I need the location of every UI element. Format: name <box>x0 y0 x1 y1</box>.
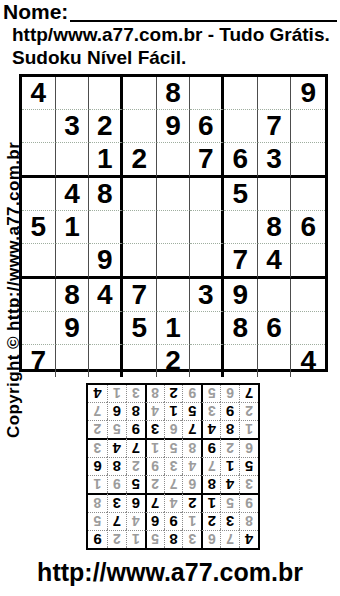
puzzle-cell-r6c4[interactable] <box>123 244 157 279</box>
solution-cell-r6c9: 3 <box>88 438 107 457</box>
solution-cell-r4c9: 1 <box>88 475 107 493</box>
solution-cell-r6c2: 2 <box>220 438 239 457</box>
solution-cell-r9c6: 8 <box>145 385 164 402</box>
puzzle-cell-r3c8[interactable]: 3 <box>258 143 292 178</box>
solution-cell-r2c3: 2 <box>201 512 220 530</box>
solution-cell-r4c7: 5 <box>126 475 145 493</box>
solution-cell-r8c6: 4 <box>145 402 164 420</box>
puzzle-cell-r3c4[interactable]: 2 <box>123 143 157 178</box>
solution-cell-r3c8: 3 <box>107 493 126 512</box>
solution-cell-r8c4: 5 <box>182 402 201 420</box>
footer-url: http://www.a77.com.br <box>0 558 340 587</box>
puzzle-cell-r1c5[interactable]: 8 <box>157 77 191 110</box>
site-header: http/www.a77.com.br - Tudo Grátis. <box>12 24 330 46</box>
puzzle-cell-r3c3[interactable]: 1 <box>89 143 123 178</box>
solution-cell-r2c4: 1 <box>182 512 201 530</box>
solution-cell-r1c9: 9 <box>88 530 107 548</box>
solution-cell-r1c5: 8 <box>164 530 183 548</box>
solution-cell-r3c1: 9 <box>239 493 258 512</box>
solution-cell-r2c6: 6 <box>145 512 164 530</box>
solution-cell-r9c9: 4 <box>88 385 107 402</box>
puzzle-cell-r7c2[interactable]: 8 <box>56 279 90 312</box>
puzzle-cell-r1c1[interactable]: 4 <box>22 77 56 110</box>
puzzle-cell-r1c8[interactable] <box>258 77 292 110</box>
puzzle-cell-r1c7[interactable] <box>224 77 258 110</box>
puzzle-cell-r4c6[interactable] <box>190 178 224 211</box>
puzzle-cell-r1c2[interactable] <box>56 77 90 110</box>
solution-cell-r3c9: 8 <box>88 493 107 512</box>
solution-cell-r5c6: 9 <box>145 457 164 475</box>
puzzle-cell-r4c3[interactable]: 8 <box>89 178 123 211</box>
puzzle-cell-r4c2[interactable]: 4 <box>56 178 90 211</box>
puzzle-cell-r3c2[interactable] <box>56 143 90 178</box>
solution-cell-r2c5: 9 <box>164 512 183 530</box>
solution-cell-r7c2: 8 <box>220 420 239 438</box>
solution-cell-r8c3: 3 <box>201 402 220 420</box>
puzzle-cell-r8c6[interactable] <box>190 312 224 345</box>
solution-cell-r6c5: 5 <box>164 438 183 457</box>
solution-cell-r4c5: 7 <box>164 475 183 493</box>
solution-cell-r5c8: 8 <box>107 457 126 475</box>
solution-cell-r3c3: 1 <box>201 493 220 512</box>
puzzle-cell-r7c5[interactable] <box>157 279 191 312</box>
puzzle-cell-r1c6[interactable] <box>190 77 224 110</box>
solution-cell-r7c5: 6 <box>164 420 183 438</box>
puzzle-cell-r9c4[interactable] <box>123 345 157 377</box>
puzzle-cell-r5c6[interactable] <box>190 211 224 244</box>
puzzle-cell-r3c5[interactable] <box>157 143 191 178</box>
solution-cell-r9c8: 1 <box>107 385 126 402</box>
puzzle-cell-r9c3[interactable] <box>89 345 123 377</box>
puzzle-cell-r8c4[interactable]: 5 <box>123 312 157 345</box>
puzzle-cell-r7c9[interactable] <box>291 279 325 312</box>
puzzle-cell-r4c9[interactable] <box>291 178 325 211</box>
solution-cell-r7c8: 5 <box>107 420 126 438</box>
puzzle-cell-r6c5[interactable] <box>157 244 191 279</box>
solution-cell-r8c8: 6 <box>107 402 126 420</box>
solution-cell-r5c1: 5 <box>239 457 258 475</box>
solution-cell-r6c8: 4 <box>107 438 126 457</box>
puzzle-cell-r8c7[interactable]: 8 <box>224 312 258 345</box>
solution-cell-r7c1: 1 <box>239 420 258 438</box>
puzzle-cell-r9c9[interactable]: 4 <box>291 345 325 377</box>
puzzle-cell-r5c5[interactable] <box>157 211 191 244</box>
solution-cell-r8c2: 9 <box>220 402 239 420</box>
solution-cell-r6c4: 8 <box>182 438 201 457</box>
solution-cell-r1c4: 3 <box>182 530 201 548</box>
puzzle-cell-r2c8[interactable]: 7 <box>258 110 292 143</box>
puzzle-cell-r2c2[interactable]: 3 <box>56 110 90 143</box>
puzzle-cell-r9c8[interactable] <box>258 345 292 377</box>
puzzle-cell-r6c7[interactable]: 7 <box>224 244 258 279</box>
name-label: Nome: <box>3 0 68 23</box>
solution-cell-r8c9: 7 <box>88 402 107 420</box>
puzzle-cell-r9c5[interactable]: 2 <box>157 345 191 377</box>
puzzle-cell-r8c2[interactable]: 9 <box>56 312 90 345</box>
puzzle-cell-r4c4[interactable] <box>123 178 157 211</box>
solution-cell-r6c1: 6 <box>239 438 258 457</box>
puzzle-cell-r2c4[interactable] <box>123 110 157 143</box>
puzzle-cell-r8c9[interactable] <box>291 312 325 345</box>
solution-cell-r7c6: 3 <box>145 420 164 438</box>
puzzle-cell-r2c6[interactable]: 6 <box>190 110 224 143</box>
puzzle-cell-r1c4[interactable] <box>123 77 157 110</box>
solution-cell-r6c7: 7 <box>126 438 145 457</box>
puzzle-cell-r5c4[interactable] <box>123 211 157 244</box>
puzzle-cell-r2c5[interactable]: 9 <box>157 110 191 143</box>
solution-cell-r4c4: 6 <box>182 475 201 493</box>
solution-cell-r9c1: 7 <box>239 385 258 402</box>
solution-cell-r5c3: 7 <box>201 457 220 475</box>
puzzle-cell-r6c9[interactable] <box>291 244 325 279</box>
solution-cell-r5c7: 2 <box>126 457 145 475</box>
solution-cell-r4c2: 4 <box>220 475 239 493</box>
puzzle-cell-r3c9[interactable] <box>291 143 325 178</box>
puzzle-cell-r5c7[interactable] <box>224 211 258 244</box>
solution-cell-r9c7: 3 <box>126 385 145 402</box>
solution-cell-r7c3: 4 <box>201 420 220 438</box>
puzzle-cell-r6c3[interactable]: 9 <box>89 244 123 279</box>
solution-cell-r8c5: 1 <box>164 402 183 420</box>
puzzle-cell-r5c3[interactable] <box>89 211 123 244</box>
solution-cell-r4c1: 3 <box>239 475 258 493</box>
solution-cell-r3c6: 7 <box>145 493 164 512</box>
puzzle-cell-r5c1[interactable]: 5 <box>22 211 56 244</box>
puzzle-cell-r7c6[interactable]: 3 <box>190 279 224 312</box>
solution-cell-r9c2: 6 <box>220 385 239 402</box>
solution-cell-r1c8: 2 <box>107 530 126 548</box>
puzzle-cell-r4c1[interactable] <box>22 178 56 211</box>
puzzle-cell-r3c7[interactable]: 6 <box>224 143 258 178</box>
puzzle-cell-r8c1[interactable] <box>22 312 56 345</box>
solution-cell-r2c1: 8 <box>239 512 258 530</box>
puzzle-cell-r6c1[interactable] <box>22 244 56 279</box>
puzzle-cell-r2c3[interactable]: 2 <box>89 110 123 143</box>
solution-cell-r2c9: 5 <box>88 512 107 530</box>
solution-cell-r1c2: 7 <box>220 530 239 548</box>
solution-cell-r3c2: 5 <box>220 493 239 512</box>
puzzle-cell-r1c9[interactable]: 9 <box>291 77 325 110</box>
solution-cell-r2c2: 3 <box>220 512 239 530</box>
solution-cell-r4c8: 9 <box>107 475 126 493</box>
solution-cell-r6c6: 1 <box>145 438 164 457</box>
solution-cell-r5c4: 4 <box>182 457 201 475</box>
puzzle-cell-r3c6[interactable]: 7 <box>190 143 224 178</box>
puzzle-cell-r8c8[interactable]: 6 <box>258 312 292 345</box>
puzzle-cell-r2c9[interactable] <box>291 110 325 143</box>
solution-cell-r7c7: 9 <box>126 420 145 438</box>
puzzle-cell-r7c7[interactable]: 9 <box>224 279 258 312</box>
puzzle-title: Sudoku Nível Fácil. <box>12 47 186 69</box>
solution-cell-r6c3: 9 <box>201 438 220 457</box>
puzzle-cell-r5c2[interactable]: 1 <box>56 211 90 244</box>
solution-cell-r3c7: 6 <box>126 493 145 512</box>
puzzle-cell-r2c7[interactable] <box>224 110 258 143</box>
puzzle-cell-r9c7[interactable] <box>224 345 258 377</box>
puzzle-cell-r9c2[interactable] <box>56 345 90 377</box>
solution-cell-r5c2: 1 <box>220 457 239 475</box>
puzzle-cell-r2c1[interactable] <box>22 110 56 143</box>
solution-cell-r4c3: 8 <box>201 475 220 493</box>
solution-cell-r8c7: 8 <box>126 402 145 420</box>
puzzle-cell-r4c8[interactable] <box>258 178 292 211</box>
solution-grid: 4763851298321964759512476383486725915174… <box>86 383 260 550</box>
puzzle-cell-r8c3[interactable] <box>89 312 123 345</box>
puzzle-cell-r7c4[interactable]: 7 <box>123 279 157 312</box>
solution-cell-r9c5: 2 <box>164 385 183 402</box>
name-field-row: Nome: <box>3 0 337 23</box>
puzzle-cell-r6c8[interactable]: 4 <box>258 244 292 279</box>
solution-cell-r1c1: 4 <box>239 530 258 548</box>
puzzle-cell-r4c7[interactable]: 5 <box>224 178 258 211</box>
solution-cell-r2c8: 7 <box>107 512 126 530</box>
puzzle-cell-r6c6[interactable] <box>190 244 224 279</box>
puzzle-cell-r5c8[interactable]: 8 <box>258 211 292 244</box>
solution-cell-r3c4: 2 <box>182 493 201 512</box>
puzzle-cell-r4c5[interactable] <box>157 178 191 211</box>
solution-cell-r2c7: 4 <box>126 512 145 530</box>
puzzle-cell-r5c9[interactable]: 6 <box>291 211 325 244</box>
puzzle-cell-r9c1[interactable]: 7 <box>22 345 56 377</box>
name-field-line[interactable] <box>70 20 337 22</box>
puzzle-cell-r8c5[interactable]: 1 <box>157 312 191 345</box>
solution-cell-r9c3: 5 <box>201 385 220 402</box>
solution-cell-r9c4: 9 <box>182 385 201 402</box>
solution-cell-r8c1: 2 <box>239 402 258 420</box>
solution-cell-r7c9: 2 <box>88 420 107 438</box>
puzzle-cell-r7c8[interactable] <box>258 279 292 312</box>
solution-cell-r1c6: 5 <box>145 530 164 548</box>
solution-cell-r1c7: 1 <box>126 530 145 548</box>
solution-cell-r3c5: 4 <box>164 493 183 512</box>
solution-cell-r7c4: 7 <box>182 420 201 438</box>
puzzle-grid: 489329671276348551869748473995186724 <box>19 74 328 372</box>
puzzle-cell-r6c2[interactable] <box>56 244 90 279</box>
puzzle-cell-r1c3[interactable] <box>89 77 123 110</box>
solution-cell-r5c9: 6 <box>88 457 107 475</box>
puzzle-cell-r9c6[interactable] <box>190 345 224 377</box>
solution-cell-r4c6: 2 <box>145 475 164 493</box>
puzzle-cell-r7c3[interactable]: 4 <box>89 279 123 312</box>
puzzle-cell-r7c1[interactable] <box>22 279 56 312</box>
puzzle-cell-r3c1[interactable] <box>22 143 56 178</box>
solution-cell-r5c5: 3 <box>164 457 183 475</box>
solution-cell-r1c3: 6 <box>201 530 220 548</box>
